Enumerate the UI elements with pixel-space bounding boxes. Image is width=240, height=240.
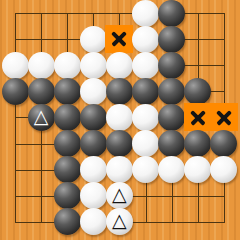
stone-white[interactable] bbox=[80, 156, 107, 183]
stone-white[interactable] bbox=[132, 0, 159, 27]
go-board[interactable]: △△△ bbox=[0, 0, 240, 240]
stone-black[interactable] bbox=[158, 78, 185, 105]
stone-black[interactable] bbox=[54, 156, 81, 183]
stone-white[interactable] bbox=[132, 26, 159, 53]
stone-white[interactable] bbox=[106, 104, 133, 131]
stone-black[interactable] bbox=[132, 78, 159, 105]
stone-black[interactable] bbox=[158, 26, 185, 53]
stone-black[interactable] bbox=[106, 130, 133, 157]
triangle-mark-icon: △ bbox=[112, 185, 127, 204]
stone-black[interactable] bbox=[158, 52, 185, 79]
stone-black[interactable] bbox=[158, 104, 185, 131]
stone-white[interactable] bbox=[210, 156, 237, 183]
x-mark-icon bbox=[109, 29, 129, 49]
stone-black[interactable] bbox=[80, 104, 107, 131]
stone-white[interactable] bbox=[132, 52, 159, 79]
stone-white[interactable] bbox=[54, 52, 81, 79]
highlight-square[interactable] bbox=[105, 25, 133, 53]
stone-white[interactable] bbox=[132, 104, 159, 131]
stone-black[interactable] bbox=[210, 130, 237, 157]
triangle-mark-icon: △ bbox=[112, 211, 127, 230]
stone-white[interactable] bbox=[132, 156, 159, 183]
stone-black[interactable] bbox=[158, 0, 185, 27]
stone-black[interactable] bbox=[54, 182, 81, 209]
highlight-square[interactable] bbox=[210, 103, 238, 131]
stone-white[interactable] bbox=[80, 52, 107, 79]
stone-white[interactable] bbox=[80, 78, 107, 105]
stone-white[interactable] bbox=[80, 182, 107, 209]
stone-black[interactable]: △ bbox=[28, 104, 55, 131]
stone-white[interactable] bbox=[106, 52, 133, 79]
x-mark-icon bbox=[188, 107, 208, 127]
stone-white[interactable] bbox=[80, 208, 107, 235]
x-mark-icon bbox=[214, 107, 234, 127]
stone-black[interactable] bbox=[80, 130, 107, 157]
stone-black[interactable] bbox=[158, 130, 185, 157]
stone-white[interactable] bbox=[184, 156, 211, 183]
stone-black[interactable] bbox=[184, 78, 211, 105]
stone-black[interactable] bbox=[106, 78, 133, 105]
stone-black[interactable] bbox=[54, 104, 81, 131]
stone-black[interactable] bbox=[2, 78, 29, 105]
stone-white[interactable] bbox=[80, 26, 107, 53]
stone-white[interactable] bbox=[28, 52, 55, 79]
stone-black[interactable] bbox=[28, 78, 55, 105]
stone-black[interactable] bbox=[54, 208, 81, 235]
stone-black[interactable] bbox=[54, 78, 81, 105]
stone-white[interactable] bbox=[106, 156, 133, 183]
stone-white[interactable]: △ bbox=[106, 182, 133, 209]
triangle-mark-icon: △ bbox=[34, 107, 49, 126]
stone-white[interactable] bbox=[132, 130, 159, 157]
stone-white[interactable] bbox=[158, 156, 185, 183]
stone-black[interactable] bbox=[184, 130, 211, 157]
highlight-square[interactable] bbox=[184, 103, 212, 131]
stone-white[interactable]: △ bbox=[106, 208, 133, 235]
stone-black[interactable] bbox=[54, 130, 81, 157]
stone-white[interactable] bbox=[2, 52, 29, 79]
